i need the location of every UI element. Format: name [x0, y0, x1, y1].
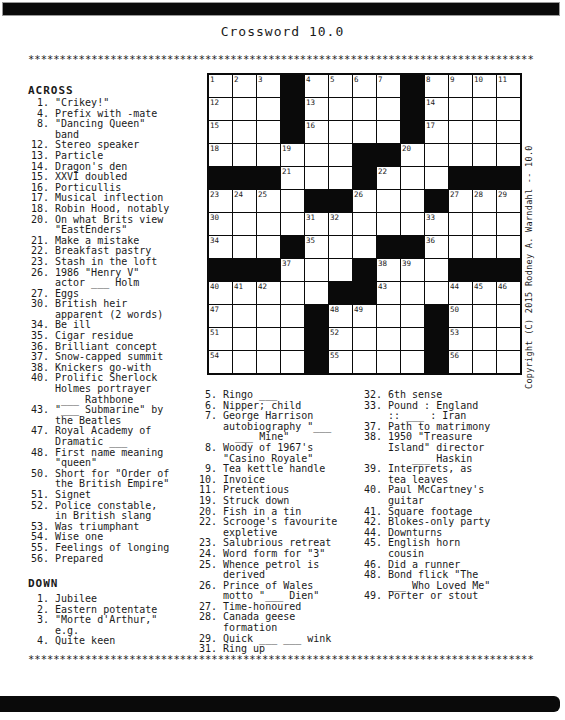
cell-r11c6[interactable]: 48 [329, 305, 352, 327]
clue-number: 47. [28, 426, 49, 437]
cell-r3c7[interactable] [353, 121, 376, 143]
clue-number: 55. [28, 543, 49, 554]
clue-text: 1950 "Treasure Island" director ___ Hask… [388, 432, 484, 464]
cell-r5c1 [209, 167, 232, 189]
clue-number: 49. [361, 591, 382, 602]
cell-r1c10[interactable]: 8 [425, 75, 448, 97]
cell-r5c2 [233, 167, 256, 189]
cell-number: 53 [450, 328, 459, 337]
cell-number: 20 [402, 144, 411, 153]
cell-r2c1[interactable]: 12 [209, 98, 232, 120]
cell-r13c3[interactable] [257, 351, 280, 373]
clue-across-30: 30.British heir apparent (2 words) [28, 299, 200, 320]
cell-r6c9[interactable] [401, 190, 424, 212]
cell-r7c12[interactable] [473, 213, 496, 235]
cell-r4c9[interactable]: 20 [401, 144, 424, 166]
cell-r13c8[interactable] [377, 351, 400, 373]
cell-number: 24 [234, 190, 243, 199]
cell-number: 15 [210, 121, 219, 130]
cell-r11c8[interactable] [377, 305, 400, 327]
cell-r13c2[interactable] [233, 351, 256, 373]
clue-number: 1. [28, 594, 49, 605]
cell-number: 36 [426, 236, 435, 245]
cell-number: 33 [426, 213, 435, 222]
cell-r6c8[interactable] [377, 190, 400, 212]
cell-r1c4 [281, 75, 304, 97]
clue-text: Royal Academy of Dramatic ___ [55, 426, 151, 447]
cell-r5c7 [353, 167, 376, 189]
cell-r3c1[interactable]: 15 [209, 121, 232, 143]
cell-r13c7[interactable] [353, 351, 376, 373]
cell-r4c13[interactable] [497, 144, 520, 166]
cell-r4c3[interactable] [257, 144, 280, 166]
cell-number: 4 [306, 75, 311, 84]
cell-r1c13[interactable]: 11 [497, 75, 520, 97]
clue-text: "Crikey!" [55, 98, 109, 109]
cell-r8c1[interactable]: 34 [209, 236, 232, 258]
clue-across-51: 51.Signet [28, 490, 200, 501]
cell-r13c9[interactable] [401, 351, 424, 373]
cell-r7c11[interactable] [449, 213, 472, 235]
down-header: DOWN [28, 577, 59, 590]
cell-r8c3[interactable] [257, 236, 280, 258]
cell-r13c6[interactable]: 55 [329, 351, 352, 373]
cell-r8c8 [377, 236, 400, 258]
cell-r3c4 [281, 121, 304, 143]
cell-r5c3 [257, 167, 280, 189]
cell-r12c13[interactable] [497, 328, 520, 350]
cell-r12c6[interactable]: 52 [329, 328, 352, 350]
crossword-grid: 1234567891011121314151617181920212223242… [207, 73, 522, 375]
cell-r2c9 [401, 98, 424, 120]
cell-r6c4[interactable] [281, 190, 304, 212]
clue-number: 5. [196, 390, 217, 401]
cell-number: 8 [426, 75, 431, 84]
cell-r4c12[interactable] [473, 144, 496, 166]
clue-down-5: 5.Ringo ___ [196, 390, 358, 401]
clue-down-7: 7.George Harrison autobiography "___ ___… [196, 411, 358, 443]
clue-text: "___ Submarine" by the Beatles [55, 405, 163, 426]
cell-r9c6[interactable] [329, 259, 352, 281]
clue-text: Police constable, in British slang [55, 501, 157, 522]
cell-number: 21 [282, 167, 291, 176]
cell-r11c10 [425, 305, 448, 327]
cell-r12c4[interactable] [281, 328, 304, 350]
cell-r11c2[interactable] [233, 305, 256, 327]
cell-r7c4[interactable] [281, 213, 304, 235]
cell-r8c4 [281, 236, 304, 258]
clue-text: Paul McCartney's guitar [388, 485, 484, 506]
cell-number: 48 [330, 305, 339, 314]
cell-number: 52 [330, 328, 339, 337]
cell-number: 9 [450, 75, 455, 84]
clue-across-23: 23.Stash in the loft [28, 257, 200, 268]
clue-number: 25. [196, 560, 217, 571]
cell-r11c7[interactable]: 49 [353, 305, 376, 327]
clue-text: Jubilee [55, 594, 97, 605]
cell-number: 35 [306, 236, 315, 245]
cell-r10c3[interactable]: 42 [257, 282, 280, 304]
scan-artifact-bar-top [2, 2, 560, 16]
page-title: Crossword 10.0 [0, 24, 565, 39]
cell-r10c9[interactable] [401, 282, 424, 304]
clue-text: Woody of 1967's "Casino Royale" [223, 443, 313, 464]
cell-number: 29 [498, 190, 507, 199]
clue-down-24: 24.Word form for "3" [196, 549, 358, 560]
clue-across-53: 53.Was triumphant [28, 522, 200, 533]
cell-number: 34 [210, 236, 219, 245]
cell-r12c8[interactable] [377, 328, 400, 350]
clue-number: 50. [28, 469, 49, 480]
cell-r2c3[interactable] [257, 98, 280, 120]
clue-down-49: 49.Porter or stout [361, 591, 539, 602]
cell-r3c6[interactable] [329, 121, 352, 143]
clue-text: Stash in the loft [55, 257, 157, 268]
cell-number: 47 [210, 305, 219, 314]
cell-r8c13[interactable] [497, 236, 520, 258]
cell-r11c13[interactable] [497, 305, 520, 327]
cell-r2c8[interactable] [377, 98, 400, 120]
clue-across-52: 52.Police constable, in British slang [28, 501, 200, 522]
cell-r9c1 [209, 259, 232, 281]
cell-r13c5 [305, 351, 328, 373]
cell-r2c4 [281, 98, 304, 120]
cell-r8c7[interactable] [353, 236, 376, 258]
cell-number: 32 [330, 213, 339, 222]
cell-r12c10 [425, 328, 448, 350]
cell-r10c1[interactable]: 40 [209, 282, 232, 304]
cell-r4c11[interactable] [449, 144, 472, 166]
clue-down-45: 45.English horn cousin [361, 538, 539, 559]
cell-r3c10[interactable]: 17 [425, 121, 448, 143]
cell-r11c12[interactable] [473, 305, 496, 327]
cell-r5c4[interactable]: 21 [281, 167, 304, 189]
cell-number: 11 [498, 75, 507, 84]
clue-number: 33. [361, 401, 382, 412]
cell-r12c11[interactable]: 53 [449, 328, 472, 350]
clue-number: 48. [361, 570, 382, 581]
clue-number: 26. [196, 581, 217, 592]
cell-r12c3[interactable] [257, 328, 280, 350]
clue-text: Prolific Sherlock Holmes portrayer ___ R… [55, 373, 157, 405]
clue-across-1: 1."Crikey!" [28, 98, 200, 109]
clue-down-22: 22.Scrooge's favourite expletive [196, 517, 358, 538]
cell-r7c3[interactable] [257, 213, 280, 235]
clue-text: Interprets, as tea leaves [388, 464, 472, 485]
clue-down-26: 26.Prince of Wales motto "___ Dien" [196, 581, 358, 602]
cell-r9c3 [257, 259, 280, 281]
clue-down-8: 8.Woody of 1967's "Casino Royale" [196, 443, 358, 464]
cell-r9c9[interactable]: 39 [401, 259, 424, 281]
clue-across-40: 40.Prolific Sherlock Holmes portrayer __… [28, 373, 200, 405]
cell-r9c11 [449, 259, 472, 281]
cell-r13c12[interactable] [473, 351, 496, 373]
cell-r9c2 [233, 259, 256, 281]
cell-r3c2[interactable] [233, 121, 256, 143]
cell-r10c8[interactable]: 43 [377, 282, 400, 304]
cell-r8c10[interactable]: 36 [425, 236, 448, 258]
cell-number: 13 [306, 98, 315, 107]
cell-r4c4[interactable]: 19 [281, 144, 304, 166]
cell-r4c6[interactable] [329, 144, 352, 166]
cell-r2c5[interactable]: 13 [305, 98, 328, 120]
cell-r10c7 [353, 282, 376, 304]
cell-number: 54 [210, 351, 219, 360]
cell-r2c7[interactable] [353, 98, 376, 120]
cell-r3c12[interactable] [473, 121, 496, 143]
cell-r10c5[interactable] [305, 282, 328, 304]
cell-number: 51 [210, 328, 219, 337]
cell-r5c11 [449, 167, 472, 189]
clue-across-50: 50.Short for "Order of the British Empir… [28, 469, 200, 490]
cell-r9c4[interactable]: 37 [281, 259, 304, 281]
cell-number: 16 [306, 121, 315, 130]
cell-r9c5[interactable] [305, 259, 328, 281]
cell-r12c5 [305, 328, 328, 350]
cell-number: 23 [210, 190, 219, 199]
clue-number: 43. [28, 405, 49, 416]
clue-down-9: 9.Tea kettle handle [196, 464, 358, 475]
clue-number: 24. [196, 549, 217, 560]
cell-r4c1[interactable]: 18 [209, 144, 232, 166]
clue-number: 45. [361, 538, 382, 549]
cell-number: 37 [282, 259, 291, 268]
cell-number: 28 [474, 190, 483, 199]
clue-across-56: 56.Prepared [28, 554, 200, 565]
cell-r1c5[interactable]: 4 [305, 75, 328, 97]
cell-r7c2[interactable] [233, 213, 256, 235]
clue-text: Signet [55, 490, 91, 501]
cell-number: 25 [258, 190, 267, 199]
cell-r6c13[interactable]: 29 [497, 190, 520, 212]
clue-down-39: 39.Interprets, as tea leaves [361, 464, 539, 485]
cell-r2c11[interactable] [449, 98, 472, 120]
clue-down-25: 25.Whence petrol is derived [196, 560, 358, 581]
cell-r4c2[interactable] [233, 144, 256, 166]
cell-r3c13[interactable] [497, 121, 520, 143]
clue-down-33: 33.Pound : England :: ___ : Iran [361, 401, 539, 422]
down-clue-list-col2: 5.Ringo ___6.Nipper; child7.George Harri… [196, 390, 358, 655]
cell-number: 10 [474, 75, 483, 84]
cell-number: 42 [258, 282, 267, 291]
cell-r7c9[interactable] [401, 213, 424, 235]
clue-text: Robin Hood, notably [55, 204, 169, 215]
clue-number: 40. [361, 485, 382, 496]
clue-number: 22. [196, 517, 217, 528]
clue-number: 7. [196, 411, 217, 422]
cell-r9c12 [473, 259, 496, 281]
cell-r12c2[interactable] [233, 328, 256, 350]
cell-number: 39 [402, 259, 411, 268]
cell-r6c6 [329, 190, 352, 212]
cell-r6c5 [305, 190, 328, 212]
clue-number: 56. [28, 554, 49, 565]
cell-r12c9[interactable] [401, 328, 424, 350]
clue-across-13: 13.Particle [28, 151, 200, 162]
cell-r6c11[interactable]: 27 [449, 190, 472, 212]
clue-number: 23. [28, 257, 49, 268]
cell-number: 17 [426, 121, 435, 130]
cell-r3c8[interactable] [377, 121, 400, 143]
cell-number: 45 [474, 282, 483, 291]
cell-r7c5[interactable]: 31 [305, 213, 328, 235]
cell-r7c8[interactable] [377, 213, 400, 235]
clue-text: Particle [55, 151, 103, 162]
cell-r10c4[interactable] [281, 282, 304, 304]
cell-r12c12[interactable] [473, 328, 496, 350]
cell-r8c9 [401, 236, 424, 258]
clue-text: Word form for "3" [223, 549, 325, 560]
cell-r1c1[interactable]: 1 [209, 75, 232, 97]
clue-number: 40. [28, 373, 49, 384]
cell-r11c9[interactable] [401, 305, 424, 327]
cell-number: 38 [378, 259, 387, 268]
cell-r13c13[interactable] [497, 351, 520, 373]
clue-text: "Morte d'Arthur," e.g. [55, 615, 157, 636]
clue-down-4: 4.Quite keen [28, 636, 200, 647]
cell-r12c7[interactable] [353, 328, 376, 350]
cell-r3c3[interactable] [257, 121, 280, 143]
cell-number: 7 [378, 75, 383, 84]
clue-across-8: 8."Dancing Queen" band [28, 119, 200, 140]
cell-r9c8[interactable]: 38 [377, 259, 400, 281]
cell-number: 14 [426, 98, 435, 107]
clue-text: First name meaning "queen" [55, 448, 163, 469]
cell-r5c5[interactable] [305, 167, 328, 189]
clue-number: 32. [361, 390, 382, 401]
cell-r5c8[interactable]: 22 [377, 167, 400, 189]
clue-number: 19. [196, 496, 217, 507]
cell-r10c12[interactable]: 45 [473, 282, 496, 304]
cell-r6c1[interactable]: 23 [209, 190, 232, 212]
cell-number: 12 [210, 98, 219, 107]
cell-r7c1[interactable]: 30 [209, 213, 232, 235]
clue-across-43: 43."___ Submarine" by the Beatles [28, 405, 200, 426]
down-clue-list-col1: 1.Jubilee2.Eastern potentate3."Morte d'A… [28, 594, 200, 647]
cell-r3c11[interactable] [449, 121, 472, 143]
cell-r5c10[interactable] [425, 167, 448, 189]
clue-text: 1986 "Henry V" actor ___ Holm [55, 268, 139, 289]
cell-r6c3[interactable]: 25 [257, 190, 280, 212]
cell-r11c4[interactable] [281, 305, 304, 327]
cell-r7c13[interactable] [497, 213, 520, 235]
cell-r10c13[interactable]: 46 [497, 282, 520, 304]
cell-number: 46 [498, 282, 507, 291]
cell-r10c10[interactable] [425, 282, 448, 304]
cell-r3c5[interactable]: 16 [305, 121, 328, 143]
cell-number: 6 [354, 75, 359, 84]
separator-bottom: ****************************************… [28, 654, 540, 665]
cell-r7c6[interactable]: 32 [329, 213, 352, 235]
cell-r5c6[interactable] [329, 167, 352, 189]
cell-r8c6[interactable] [329, 236, 352, 258]
cell-number: 30 [210, 213, 219, 222]
cell-number: 56 [450, 351, 459, 360]
clue-text: "Dancing Queen" band [55, 119, 145, 140]
cell-r2c12[interactable] [473, 98, 496, 120]
cell-r5c13 [497, 167, 520, 189]
cell-r4c7 [353, 144, 376, 166]
clue-number: 13. [28, 151, 49, 162]
cell-r6c2[interactable]: 24 [233, 190, 256, 212]
cell-r12c1[interactable]: 51 [209, 328, 232, 350]
clue-down-19: 19.Struck down [196, 496, 358, 507]
clue-text: Whence petrol is derived [223, 560, 319, 581]
cell-r11c11[interactable]: 50 [449, 305, 472, 327]
cell-number: 3 [258, 75, 263, 84]
cell-r8c11[interactable] [449, 236, 472, 258]
cell-r9c10[interactable] [425, 259, 448, 281]
cell-r4c5[interactable] [305, 144, 328, 166]
cell-r8c2[interactable] [233, 236, 256, 258]
cell-r4c10[interactable] [425, 144, 448, 166]
cell-r1c3[interactable]: 3 [257, 75, 280, 97]
cell-number: 49 [354, 305, 363, 314]
cell-r11c1[interactable]: 47 [209, 305, 232, 327]
clue-number: 20. [28, 215, 49, 226]
clue-number: 38. [361, 432, 382, 443]
cell-r1c11[interactable]: 9 [449, 75, 472, 97]
clue-across-26: 26.1986 "Henry V" actor ___ Holm [28, 268, 200, 289]
cell-number: 41 [234, 282, 243, 291]
clue-text: British heir apparent (2 words) [55, 299, 163, 320]
cell-r6c7[interactable]: 26 [353, 190, 376, 212]
cell-number: 55 [330, 351, 339, 360]
cell-number: 31 [306, 213, 315, 222]
cell-r8c5[interactable]: 35 [305, 236, 328, 258]
cell-r13c11[interactable]: 56 [449, 351, 472, 373]
cell-r5c9[interactable] [401, 167, 424, 189]
cell-r2c2[interactable] [233, 98, 256, 120]
cell-r1c6[interactable]: 5 [329, 75, 352, 97]
cell-r10c2[interactable]: 41 [233, 282, 256, 304]
cell-r1c7[interactable]: 6 [353, 75, 376, 97]
clue-number: 26. [28, 268, 49, 279]
cell-r2c6[interactable] [329, 98, 352, 120]
cell-number: 19 [282, 144, 291, 153]
cell-r13c10 [425, 351, 448, 373]
cell-r11c3[interactable] [257, 305, 280, 327]
cell-r7c7[interactable] [353, 213, 376, 235]
cell-r4c8 [377, 144, 400, 166]
cell-r10c11[interactable]: 44 [449, 282, 472, 304]
cell-number: 50 [450, 305, 459, 314]
copyright-vertical-text: Copyright (C) 2015 Rodney A. Warndahl --… [524, 139, 534, 389]
cell-number: 22 [378, 167, 387, 176]
clue-down-48: 48.Bond flick "The ___ Who Loved Me" [361, 570, 539, 591]
cell-r1c8[interactable]: 7 [377, 75, 400, 97]
clue-text: Quite keen [55, 636, 115, 647]
clue-text: Short for "Order of the British Empire" [55, 469, 169, 490]
cell-r6c12[interactable]: 28 [473, 190, 496, 212]
clue-text: Pound : England :: ___ : Iran [388, 401, 478, 422]
cell-r2c10[interactable]: 14 [425, 98, 448, 120]
cell-r13c1[interactable]: 54 [209, 351, 232, 373]
cell-r8c12[interactable] [473, 236, 496, 258]
cell-r2c13[interactable] [497, 98, 520, 120]
cell-r13c4[interactable] [281, 351, 304, 373]
cell-number: 27 [450, 190, 459, 199]
cell-r1c12[interactable]: 10 [473, 75, 496, 97]
clue-text: Scrooge's favourite expletive [223, 517, 337, 538]
clue-number: 8. [28, 119, 49, 130]
clue-number: 1. [28, 98, 49, 109]
across-header: ACROSS [28, 84, 74, 97]
cell-r1c2[interactable]: 2 [233, 75, 256, 97]
cell-r11c5 [305, 305, 328, 327]
clue-number: 51. [28, 490, 49, 501]
cell-r7c10[interactable]: 33 [425, 213, 448, 235]
